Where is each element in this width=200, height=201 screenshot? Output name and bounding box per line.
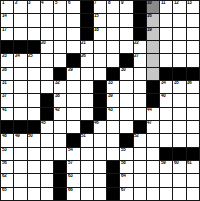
cell-r15c15[interactable]: [187, 188, 199, 200]
cell-r3c14[interactable]: [173, 28, 185, 40]
clue-number: 34: [161, 81, 166, 86]
cell-r7c7[interactable]: [81, 81, 93, 93]
cell-r3c7: [81, 28, 93, 40]
cell-r7c10[interactable]: [120, 81, 132, 93]
cell-r9c13[interactable]: [160, 108, 172, 120]
cell-r14c8[interactable]: [94, 174, 106, 186]
cell-r15c7[interactable]: [81, 188, 93, 200]
cell-r14c14[interactable]: [173, 174, 185, 186]
cell-r1c11: [134, 1, 146, 13]
cell-r7c14[interactable]: 35: [173, 81, 185, 93]
cell-r10c5[interactable]: [54, 121, 66, 133]
cell-r9c4: [41, 108, 53, 120]
cell-r8c7[interactable]: [81, 94, 93, 106]
clue-number: 48: [2, 134, 7, 139]
cell-r14c11[interactable]: [134, 174, 146, 186]
cell-r3c11: [134, 28, 146, 40]
cell-r1c2[interactable]: 2: [14, 1, 26, 13]
clue-number: 3: [28, 1, 30, 6]
cell-r7c11[interactable]: [134, 81, 146, 93]
clue-number: 16: [147, 14, 152, 19]
cell-r1c6[interactable]: 6: [67, 1, 79, 13]
cell-r13c11[interactable]: [134, 161, 146, 173]
cell-r4c11[interactable]: 22: [134, 41, 146, 53]
cell-r8c9[interactable]: 39: [107, 94, 119, 106]
clue-number: 26: [81, 54, 86, 59]
clue-number: 32: [55, 81, 60, 86]
cell-r3c12[interactable]: 19: [147, 28, 159, 40]
cell-r1c4[interactable]: 4: [41, 1, 53, 13]
clue-number: 45: [41, 121, 46, 126]
cell-r8c10[interactable]: [120, 94, 132, 106]
cell-r9c14[interactable]: [173, 108, 185, 120]
cell-r13c15[interactable]: 61: [187, 161, 199, 173]
cell-r10c15[interactable]: [187, 121, 199, 133]
cell-r15c5: [54, 188, 66, 200]
cell-r9c11[interactable]: [134, 108, 146, 120]
clue-number: 60: [174, 161, 179, 166]
cell-r15c10[interactable]: 67: [120, 188, 132, 200]
cell-r2c15[interactable]: [187, 14, 199, 26]
cell-r11c3[interactable]: 50: [28, 134, 40, 146]
cell-r15c12[interactable]: [147, 188, 159, 200]
cell-r8c6[interactable]: [67, 94, 79, 106]
cell-r12c10[interactable]: 55: [120, 148, 132, 160]
clue-number: 41: [2, 108, 7, 113]
cell-r2c11: [134, 14, 146, 26]
cell-r10c8[interactable]: 46: [94, 121, 106, 133]
cell-r3c13[interactable]: [160, 28, 172, 40]
cell-r6c7[interactable]: [81, 68, 93, 80]
cell-r9c8: [94, 108, 106, 120]
cell-r1c10[interactable]: 9: [120, 1, 132, 13]
cell-r4c5[interactable]: [54, 41, 66, 53]
cell-r8c13[interactable]: 40: [160, 94, 172, 106]
clue-number: 28: [2, 68, 7, 73]
cell-r9c5[interactable]: 42: [54, 108, 66, 120]
cell-r4c13[interactable]: [160, 41, 172, 53]
cell-r8c14[interactable]: [173, 94, 185, 106]
cell-r13c2[interactable]: [14, 161, 26, 173]
clue-number: 17: [2, 28, 7, 33]
cell-r7c6[interactable]: [67, 81, 79, 93]
cell-r10c7: [81, 121, 93, 133]
clue-number: 51: [81, 134, 86, 139]
cell-r14c12[interactable]: [147, 174, 159, 186]
cell-r6c8[interactable]: [94, 68, 106, 80]
clue-number: 37: [2, 94, 7, 99]
cell-r11c12[interactable]: [147, 134, 159, 146]
cell-r4c10[interactable]: [120, 41, 132, 53]
clue-number: 40: [161, 94, 166, 99]
cell-r8c12: [147, 94, 159, 106]
clue-number: 33: [108, 81, 113, 86]
cell-r8c4: [41, 94, 53, 106]
cell-r9c9[interactable]: 43: [107, 108, 119, 120]
cell-r11c2[interactable]: 49: [14, 134, 26, 146]
clue-number: 13: [187, 1, 192, 6]
cell-r5c7[interactable]: 26: [81, 54, 93, 66]
cell-r4c1: [1, 41, 13, 53]
clue-number: 5: [55, 1, 57, 6]
cell-r12c7[interactable]: [81, 148, 93, 160]
clue-number: 62: [2, 174, 7, 179]
cell-r8c1[interactable]: 37: [1, 94, 13, 106]
cell-r8c2[interactable]: [14, 94, 26, 106]
cell-r1c3[interactable]: 3: [28, 1, 40, 13]
cell-r9c1[interactable]: 41: [1, 108, 13, 120]
cell-r2c14[interactable]: [173, 14, 185, 26]
clue-number: 19: [147, 28, 152, 33]
cell-r7c8: [94, 81, 106, 93]
clue-number: 30: [121, 68, 126, 73]
clue-number: 63: [68, 174, 73, 179]
cell-r5c4[interactable]: [41, 54, 53, 66]
cell-r7c1[interactable]: 31: [1, 81, 13, 93]
cell-r15c6[interactable]: 66: [67, 188, 79, 200]
cell-r1c15[interactable]: 13: [187, 1, 199, 13]
cell-r4c4[interactable]: 20: [41, 41, 53, 53]
cell-r2c4[interactable]: [41, 14, 53, 26]
clue-number: 22: [134, 41, 139, 46]
cell-r5c10: [120, 54, 132, 66]
cell-r6c1[interactable]: 28: [1, 68, 13, 80]
cell-r12c11[interactable]: [134, 148, 146, 160]
clue-number: 44: [147, 108, 152, 113]
cell-r3c8[interactable]: 18: [94, 28, 106, 40]
clue-number: 2: [15, 1, 17, 6]
cell-r14c1[interactable]: 62: [1, 174, 13, 186]
cell-r13c5: [54, 161, 66, 173]
cell-r9c2[interactable]: [14, 108, 26, 120]
cell-r14c6[interactable]: 63: [67, 174, 79, 186]
cell-r6c12[interactable]: [147, 68, 159, 80]
cell-r6c3[interactable]: [28, 68, 40, 80]
cell-r12c5[interactable]: [54, 148, 66, 160]
cell-r13c12[interactable]: [147, 161, 159, 173]
cell-r1c8[interactable]: 7: [94, 1, 106, 13]
cell-r8c8: [94, 94, 106, 106]
clue-number: 50: [28, 134, 33, 139]
cell-r15c13[interactable]: [160, 188, 172, 200]
cell-r4c9[interactable]: [107, 41, 119, 53]
clue-number: 24: [15, 54, 20, 59]
cell-r8c3[interactable]: [28, 94, 40, 106]
clue-number: 21: [81, 41, 86, 46]
cell-r9c7[interactable]: [81, 108, 93, 120]
cell-r5c5[interactable]: [54, 54, 66, 66]
clue-number: 46: [94, 121, 99, 126]
cell-r15c11[interactable]: [134, 188, 146, 200]
cell-r15c9: [107, 188, 119, 200]
cell-r12c2[interactable]: [14, 148, 26, 160]
cell-r11c7[interactable]: 51: [81, 134, 93, 146]
clue-number: 36: [187, 81, 192, 86]
cell-r12c3[interactable]: [28, 148, 40, 160]
cell-r10c12[interactable]: 47: [147, 121, 159, 133]
cell-r6c4[interactable]: [41, 68, 53, 80]
clue-number: 6: [68, 1, 70, 6]
cell-r13c8[interactable]: [94, 161, 106, 173]
cell-r14c13[interactable]: [160, 174, 172, 186]
cell-r2c10[interactable]: [120, 14, 132, 26]
cell-r14c10[interactable]: 64: [120, 174, 132, 186]
cell-r3c1[interactable]: 17: [1, 28, 13, 40]
cell-r5c1[interactable]: 23: [1, 54, 13, 66]
cell-r5c15[interactable]: [187, 54, 199, 66]
clue-number: 23: [2, 54, 7, 59]
cell-r1c1[interactable]: 1: [1, 1, 13, 13]
cell-r6c13: [160, 68, 172, 80]
cell-r2c1[interactable]: 14: [1, 14, 13, 26]
cell-r10c13[interactable]: [160, 121, 172, 133]
clue-number: 18: [94, 28, 99, 33]
cell-r1c5[interactable]: 5: [54, 1, 66, 13]
cell-r13c7[interactable]: [81, 161, 93, 173]
cell-r10c3: [28, 121, 40, 133]
cell-r7c12: [147, 81, 159, 93]
cell-r4c14[interactable]: [173, 41, 185, 53]
clue-number: 54: [68, 148, 73, 153]
cell-r13c13[interactable]: 59: [160, 161, 172, 173]
clue-number: 10: [147, 1, 152, 6]
cell-r7c13[interactable]: 34: [160, 81, 172, 93]
cell-r10c9[interactable]: [107, 121, 119, 133]
cell-r6c14: [173, 68, 185, 80]
cell-r8c5[interactable]: 38: [54, 94, 66, 106]
cell-r14c15[interactable]: [187, 174, 199, 186]
cell-r1c13[interactable]: 11: [160, 1, 172, 13]
cell-r12c4[interactable]: [41, 148, 53, 160]
cell-r3c5[interactable]: [54, 28, 66, 40]
clue-number: 8: [108, 1, 110, 6]
clue-number: 59: [161, 161, 166, 166]
cell-r2c8[interactable]: 15: [94, 14, 106, 26]
cell-r2c3[interactable]: [28, 14, 40, 26]
cell-r10c11: [134, 121, 146, 133]
cell-r5c9[interactable]: [107, 54, 119, 66]
clue-number: 58: [121, 161, 126, 166]
cell-r3c2[interactable]: [14, 28, 26, 40]
clue-number: 31: [2, 81, 7, 86]
cell-r13c10[interactable]: 58: [120, 161, 132, 173]
cell-r12c15: [187, 148, 199, 160]
cell-r1c9[interactable]: 8: [107, 1, 119, 13]
cell-r6c5: [54, 68, 66, 80]
clue-number: 56: [2, 161, 7, 166]
cell-r14c7[interactable]: [81, 174, 93, 186]
cell-r5c14[interactable]: [173, 54, 185, 66]
cell-r11c6: [67, 134, 79, 146]
cell-r13c6[interactable]: 57: [67, 161, 79, 173]
cell-r14c4[interactable]: [41, 174, 53, 186]
cell-r12c8[interactable]: [94, 148, 106, 160]
cell-r10c4[interactable]: 45: [41, 121, 53, 133]
cell-r9c3[interactable]: [28, 108, 40, 120]
cell-r15c8[interactable]: [94, 188, 106, 200]
cell-r11c14[interactable]: [173, 134, 185, 146]
clue-number: 67: [121, 188, 126, 193]
clue-number: 42: [55, 108, 60, 113]
cell-r3c9[interactable]: [107, 28, 119, 40]
cell-r4c3: [28, 41, 40, 53]
cell-r6c9: [107, 68, 119, 80]
cell-r7c4[interactable]: [41, 81, 53, 93]
clue-number: 29: [68, 68, 73, 73]
clue-number: 27: [134, 54, 139, 59]
clue-number: 52: [134, 134, 139, 139]
cell-r2c9[interactable]: [107, 14, 119, 26]
clue-number: 55: [121, 148, 126, 153]
cell-r7c9[interactable]: 33: [107, 81, 119, 93]
cell-r3c15[interactable]: [187, 28, 199, 40]
cell-r3c6[interactable]: [67, 28, 79, 40]
cell-r4c8[interactable]: [94, 41, 106, 53]
clue-number: 20: [41, 41, 46, 46]
cell-r12c14: [173, 148, 185, 160]
cell-r3c4[interactable]: [41, 28, 53, 40]
cell-r4c12[interactable]: [147, 41, 159, 53]
cell-r8c15[interactable]: [187, 94, 199, 106]
cell-r13c9: [107, 161, 119, 173]
clue-number: 47: [147, 121, 152, 126]
cell-r12c6[interactable]: 54: [67, 148, 79, 160]
cell-r5c6: [67, 54, 79, 66]
cell-r2c2[interactable]: [14, 14, 26, 26]
cell-r2c12[interactable]: 16: [147, 14, 159, 26]
clue-number: 53: [2, 148, 7, 153]
cell-r11c9[interactable]: [107, 134, 119, 146]
cell-r13c14[interactable]: 60: [173, 161, 185, 173]
cell-r2c13[interactable]: [160, 14, 172, 26]
cell-r11c10: [120, 134, 132, 146]
cell-r13c3[interactable]: [28, 161, 40, 173]
cell-r5c12[interactable]: [147, 54, 159, 66]
cell-r14c9: [107, 174, 119, 186]
cell-r11c4[interactable]: [41, 134, 53, 146]
cell-r6c6[interactable]: 29: [67, 68, 79, 80]
cell-r12c1[interactable]: 53: [1, 148, 13, 160]
cell-r9c10[interactable]: [120, 108, 132, 120]
clue-number: 9: [121, 1, 123, 6]
cell-r5c13[interactable]: [160, 54, 172, 66]
cell-r11c1[interactable]: 48: [1, 134, 13, 146]
cell-r10c10[interactable]: [120, 121, 132, 133]
cell-r5c11[interactable]: 27: [134, 54, 146, 66]
cell-r15c14[interactable]: [173, 188, 185, 200]
cell-r7c15[interactable]: 36: [187, 81, 199, 93]
cell-r11c11[interactable]: 52: [134, 134, 146, 146]
cell-r1c7: [81, 1, 93, 13]
cell-r6c11[interactable]: [134, 68, 146, 80]
cell-r3c10[interactable]: [120, 28, 132, 40]
cell-r7c5[interactable]: 32: [54, 81, 66, 93]
cell-r6c10[interactable]: 30: [120, 68, 132, 80]
cell-r13c4[interactable]: [41, 161, 53, 173]
cell-r14c2[interactable]: [14, 174, 26, 186]
cell-r11c5[interactable]: [54, 134, 66, 146]
cell-r1c12[interactable]: 10: [147, 1, 159, 13]
cell-r4c15[interactable]: [187, 41, 199, 53]
cell-r7c3[interactable]: [28, 81, 40, 93]
cell-r5c3[interactable]: 25: [28, 54, 40, 66]
cell-r11c8[interactable]: [94, 134, 106, 146]
cell-r10c6[interactable]: [67, 121, 79, 133]
cell-r1c14[interactable]: 12: [173, 1, 185, 13]
cell-r10c2: [14, 121, 26, 133]
cell-r13c1[interactable]: 56: [1, 161, 13, 173]
crossword-grid: 1234567891011121314151617181920212223242…: [0, 0, 200, 201]
clue-number: 15: [94, 14, 99, 19]
clue-number: 1: [2, 1, 4, 6]
cell-r6c15: [187, 68, 199, 80]
cell-r15c2[interactable]: [14, 188, 26, 200]
cell-r14c3[interactable]: [28, 174, 40, 186]
clue-number: 61: [187, 161, 192, 166]
cell-r12c12[interactable]: [147, 148, 159, 160]
cell-r3c3[interactable]: [28, 28, 40, 40]
cell-r4c7[interactable]: 21: [81, 41, 93, 53]
clue-number: 35: [174, 81, 179, 86]
cell-r10c14[interactable]: [173, 121, 185, 133]
clue-number: 38: [55, 94, 60, 99]
clue-number: 12: [174, 1, 179, 6]
cell-r5c2[interactable]: 24: [14, 54, 26, 66]
cell-r8c11[interactable]: [134, 94, 146, 106]
clue-number: 65: [2, 188, 7, 193]
cell-r9c15[interactable]: [187, 108, 199, 120]
clue-number: 49: [15, 134, 20, 139]
cell-r7c2[interactable]: [14, 81, 26, 93]
cell-r11c13[interactable]: [160, 134, 172, 146]
cell-r10c1: [1, 121, 13, 133]
clue-number: 14: [2, 14, 7, 19]
cell-r9c12[interactable]: 44: [147, 108, 159, 120]
clue-number: 66: [68, 188, 73, 193]
clue-number: 11: [161, 1, 165, 6]
clue-number: 43: [108, 108, 113, 113]
cell-r4c6[interactable]: [67, 41, 79, 53]
cell-r15c3[interactable]: [28, 188, 40, 200]
clue-number: 4: [41, 1, 43, 6]
cell-r2c6[interactable]: [67, 14, 79, 26]
clue-number: 64: [121, 174, 126, 179]
cell-r4c2: [14, 41, 26, 53]
cell-r2c5[interactable]: [54, 14, 66, 26]
clue-number: 25: [28, 54, 33, 59]
cell-r15c4[interactable]: [41, 188, 53, 200]
cell-r15c1[interactable]: 65: [1, 188, 13, 200]
cell-r12c13: [160, 148, 172, 160]
clue-number: 57: [68, 161, 73, 166]
cell-r11c15[interactable]: [187, 134, 199, 146]
cell-r5c8[interactable]: [94, 54, 106, 66]
cell-r12c9[interactable]: [107, 148, 119, 160]
cell-r14c5: [54, 174, 66, 186]
cell-r9c6[interactable]: [67, 108, 79, 120]
clue-number: 39: [108, 94, 113, 99]
cell-r6c2[interactable]: [14, 68, 26, 80]
clue-number: 7: [94, 1, 96, 6]
cell-r2c7: [81, 14, 93, 26]
